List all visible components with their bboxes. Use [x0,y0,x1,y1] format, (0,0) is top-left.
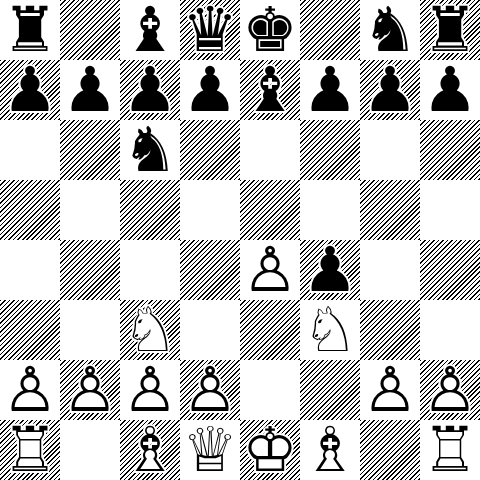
square-e5[interactable] [240,180,300,240]
piece-glyph: ♟ [120,60,180,120]
white-pawn-icon[interactable]: ♟♙ [0,360,60,420]
square-b8[interactable] [60,0,120,60]
black-pawn-icon[interactable]: ♟♟ [300,60,360,120]
black-pawn-icon[interactable]: ♟♟ [360,60,420,120]
black-pawn-icon[interactable]: ♟♟ [180,60,240,120]
piece-glyph: ♙ [180,360,240,420]
black-pawn-icon[interactable]: ♟♟ [120,60,180,120]
piece-glyph: ♙ [60,360,120,420]
square-a4[interactable] [0,240,60,300]
white-pawn-icon[interactable]: ♟♙ [420,360,480,420]
square-b5[interactable] [60,180,120,240]
piece-glyph: ♟ [180,60,240,120]
square-f4[interactable]: ♟♟ [300,240,360,300]
square-a7[interactable]: ♟♟ [0,60,60,120]
white-knight-icon[interactable]: ♞♘ [300,300,360,360]
white-rook-icon[interactable]: ♜♖ [420,420,480,480]
square-a6[interactable] [0,120,60,180]
piece-glyph: ♞ [360,0,420,60]
piece-glyph: ♖ [0,420,60,480]
piece-glyph: ♟ [300,240,360,300]
white-pawn-icon[interactable]: ♟♙ [240,240,300,300]
chess-board: ♜♜♝♝♛♛♚♚♞♞♜♜♟♟♟♟♟♟♟♟♝♝♟♟♟♟♟♟♞♞♟♙♟♟♞♘♞♘♟♙… [0,0,480,480]
black-knight-icon[interactable]: ♞♞ [120,120,180,180]
square-e4[interactable]: ♟♙ [240,240,300,300]
square-f2[interactable] [300,360,360,420]
piece-glyph: ♙ [420,360,480,420]
piece-glyph: ♟ [360,60,420,120]
piece-glyph: ♟ [0,60,60,120]
square-e3[interactable] [240,300,300,360]
black-bishop-icon[interactable]: ♝♝ [120,0,180,60]
white-king-icon[interactable]: ♚♔ [240,420,300,480]
square-d4[interactable] [180,240,240,300]
piece-glyph: ♖ [420,420,480,480]
white-rook-icon[interactable]: ♜♖ [0,420,60,480]
square-b3[interactable] [60,300,120,360]
square-f1[interactable]: ♝♗ [300,420,360,480]
piece-glyph: ♜ [420,0,480,60]
square-b6[interactable] [60,120,120,180]
square-d2[interactable]: ♟♙ [180,360,240,420]
square-g6[interactable] [360,120,420,180]
square-g7[interactable]: ♟♟ [360,60,420,120]
square-a8[interactable]: ♜♜ [0,0,60,60]
square-h1[interactable]: ♜♖ [420,420,480,480]
piece-glyph: ♙ [240,240,300,300]
piece-glyph: ♘ [120,300,180,360]
piece-glyph: ♗ [120,420,180,480]
white-bishop-icon[interactable]: ♝♗ [120,420,180,480]
square-h3[interactable] [420,300,480,360]
black-pawn-icon[interactable]: ♟♟ [420,60,480,120]
square-e2[interactable] [240,360,300,420]
piece-glyph: ♝ [240,60,300,120]
piece-glyph: ♙ [0,360,60,420]
square-c6[interactable]: ♞♞ [120,120,180,180]
square-f7[interactable]: ♟♟ [300,60,360,120]
square-a2[interactable]: ♟♙ [0,360,60,420]
white-queen-icon[interactable]: ♛♕ [180,420,240,480]
square-d5[interactable] [180,180,240,240]
square-e8[interactable]: ♚♚ [240,0,300,60]
square-d7[interactable]: ♟♟ [180,60,240,120]
black-pawn-icon[interactable]: ♟♟ [0,60,60,120]
piece-glyph: ♝ [120,0,180,60]
piece-glyph: ♗ [300,420,360,480]
square-g5[interactable] [360,180,420,240]
square-h8[interactable]: ♜♜ [420,0,480,60]
square-c1[interactable]: ♝♗ [120,420,180,480]
piece-glyph: ♞ [120,120,180,180]
square-f3[interactable]: ♞♘ [300,300,360,360]
piece-glyph: ♟ [60,60,120,120]
square-c2[interactable]: ♟♙ [120,360,180,420]
square-h4[interactable] [420,240,480,300]
white-pawn-icon[interactable]: ♟♙ [120,360,180,420]
square-d8[interactable]: ♛♛ [180,0,240,60]
black-queen-icon[interactable]: ♛♛ [180,0,240,60]
square-g1[interactable] [360,420,420,480]
square-b7[interactable]: ♟♟ [60,60,120,120]
square-b1[interactable] [60,420,120,480]
square-c5[interactable] [120,180,180,240]
black-king-icon[interactable]: ♚♚ [240,0,300,60]
square-h2[interactable]: ♟♙ [420,360,480,420]
piece-glyph: ♚ [240,0,300,60]
piece-glyph: ♟ [300,60,360,120]
square-b4[interactable] [60,240,120,300]
black-pawn-icon[interactable]: ♟♟ [300,240,360,300]
square-a5[interactable] [0,180,60,240]
white-knight-icon[interactable]: ♞♘ [120,300,180,360]
square-e6[interactable] [240,120,300,180]
black-pawn-icon[interactable]: ♟♟ [60,60,120,120]
white-bishop-icon[interactable]: ♝♗ [300,420,360,480]
square-b2[interactable]: ♟♙ [60,360,120,420]
square-d6[interactable] [180,120,240,180]
square-h7[interactable]: ♟♟ [420,60,480,120]
black-knight-icon[interactable]: ♞♞ [360,0,420,60]
black-rook-icon[interactable]: ♜♜ [420,0,480,60]
square-g2[interactable]: ♟♙ [360,360,420,420]
piece-glyph: ♕ [180,420,240,480]
piece-glyph: ♙ [120,360,180,420]
square-a3[interactable] [0,300,60,360]
square-h6[interactable] [420,120,480,180]
square-g8[interactable]: ♞♞ [360,0,420,60]
piece-glyph: ♙ [360,360,420,420]
white-pawn-icon[interactable]: ♟♙ [60,360,120,420]
square-c7[interactable]: ♟♟ [120,60,180,120]
square-e7[interactable]: ♝♝ [240,60,300,120]
square-e1[interactable]: ♚♔ [240,420,300,480]
square-a1[interactable]: ♜♖ [0,420,60,480]
piece-glyph: ♘ [300,300,360,360]
square-g4[interactable] [360,240,420,300]
square-g3[interactable] [360,300,420,360]
square-f5[interactable] [300,180,360,240]
piece-glyph: ♜ [0,0,60,60]
square-d3[interactable] [180,300,240,360]
square-h5[interactable] [420,180,480,240]
piece-glyph: ♔ [240,420,300,480]
white-pawn-icon[interactable]: ♟♙ [180,360,240,420]
white-pawn-icon[interactable]: ♟♙ [360,360,420,420]
piece-glyph: ♟ [420,60,480,120]
square-d1[interactable]: ♛♕ [180,420,240,480]
black-bishop-icon[interactable]: ♝♝ [240,60,300,120]
square-c8[interactable]: ♝♝ [120,0,180,60]
square-c4[interactable] [120,240,180,300]
piece-glyph: ♛ [180,0,240,60]
square-f6[interactable] [300,120,360,180]
square-c3[interactable]: ♞♘ [120,300,180,360]
square-f8[interactable] [300,0,360,60]
black-rook-icon[interactable]: ♜♜ [0,0,60,60]
